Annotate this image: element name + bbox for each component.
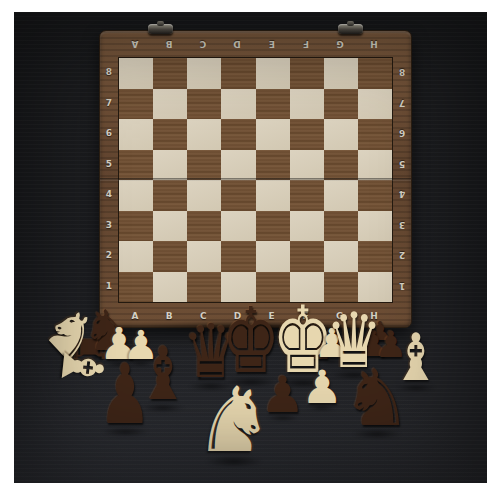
photo-scene: AABBCCDDEEFFGGHH8877665544332211 ♞♜♝♞♟♟♟… — [14, 12, 487, 483]
white-pawn-front: ♟ — [301, 364, 342, 410]
white-knight-front: ♞ — [194, 375, 275, 465]
pieces-layer: ♞♜♝♞♟♟♟♝♛♚♞♟♚♟♟♛♟♟♟♝♟♞ — [14, 12, 487, 483]
dark-knight-front: ♞ — [342, 359, 412, 437]
chess-set-product-photo: AABBCCDDEEFFGGHH8877665544332211 ♞♜♝♞♟♟♟… — [0, 0, 500, 500]
dark-pawn-front-left: ♟ — [98, 353, 151, 436]
